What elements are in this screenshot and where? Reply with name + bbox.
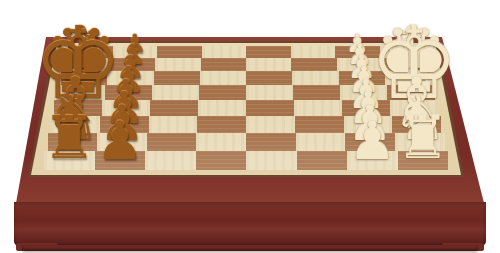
board-square bbox=[382, 58, 427, 71]
board-square bbox=[292, 71, 338, 85]
board-square bbox=[147, 133, 197, 151]
board-square bbox=[342, 100, 390, 116]
board-square bbox=[97, 133, 147, 151]
board-square bbox=[150, 100, 198, 116]
board-square bbox=[395, 133, 445, 151]
box-base-molding bbox=[22, 245, 478, 251]
board-square bbox=[61, 71, 107, 85]
board-square bbox=[201, 58, 246, 71]
board-square bbox=[152, 85, 199, 100]
board-square bbox=[198, 100, 246, 116]
board-square bbox=[335, 46, 380, 58]
board-square bbox=[291, 46, 336, 58]
board-row bbox=[51, 116, 441, 133]
board-square bbox=[392, 116, 441, 133]
board-square bbox=[154, 71, 200, 85]
board-square bbox=[113, 46, 158, 58]
board-square bbox=[65, 58, 110, 71]
board-row bbox=[54, 100, 438, 116]
board-square bbox=[48, 133, 98, 151]
board-square bbox=[95, 151, 146, 170]
board-square bbox=[246, 85, 293, 100]
board-square bbox=[398, 151, 449, 170]
board-square bbox=[102, 100, 150, 116]
board-square bbox=[145, 151, 196, 170]
board-square bbox=[293, 85, 340, 100]
board-square bbox=[54, 100, 102, 116]
board-square bbox=[51, 116, 100, 133]
board-row bbox=[58, 85, 435, 100]
board-square bbox=[344, 116, 393, 133]
board-square bbox=[110, 58, 155, 71]
board-row bbox=[44, 151, 448, 170]
board-square bbox=[246, 116, 295, 133]
board-square bbox=[385, 71, 431, 85]
board-square bbox=[345, 133, 395, 151]
board-row bbox=[68, 46, 424, 58]
board-square bbox=[297, 151, 348, 170]
board-square bbox=[107, 71, 153, 85]
board-square bbox=[196, 151, 247, 170]
board-row bbox=[65, 58, 428, 71]
board-square bbox=[202, 46, 247, 58]
board-square bbox=[58, 85, 105, 100]
board-square bbox=[246, 71, 292, 85]
board-square bbox=[294, 100, 342, 116]
board-square bbox=[291, 58, 336, 71]
board-square bbox=[387, 85, 434, 100]
board-square bbox=[105, 85, 152, 100]
board-square bbox=[199, 85, 246, 100]
board-square bbox=[246, 151, 297, 170]
board-row bbox=[61, 71, 431, 85]
board-square bbox=[246, 46, 291, 58]
board-square bbox=[200, 71, 246, 85]
board-square bbox=[155, 58, 200, 71]
board-square bbox=[149, 116, 198, 133]
board-square bbox=[390, 100, 438, 116]
board-square bbox=[44, 151, 95, 170]
board-square bbox=[340, 85, 387, 100]
board-square bbox=[246, 58, 291, 71]
board-square bbox=[295, 116, 344, 133]
board-square bbox=[339, 71, 385, 85]
board-square bbox=[196, 133, 246, 151]
board-square bbox=[337, 58, 382, 71]
chess-set-photo: ♜♞♝♛♚♝♞♜♟♟♟♟♟♟♟♟♟♟♟♟♟♟♟♟♜♞♝♛♚♝♞♜ bbox=[0, 0, 500, 253]
board-square bbox=[380, 46, 425, 58]
board-square bbox=[246, 133, 296, 151]
board-square bbox=[296, 133, 346, 151]
box-front-face bbox=[14, 202, 486, 246]
board-row bbox=[48, 133, 445, 151]
board-square bbox=[100, 116, 149, 133]
board-square bbox=[68, 46, 113, 58]
board-square bbox=[197, 116, 246, 133]
board-square bbox=[347, 151, 398, 170]
board-square bbox=[157, 46, 202, 58]
board-square bbox=[246, 100, 294, 116]
